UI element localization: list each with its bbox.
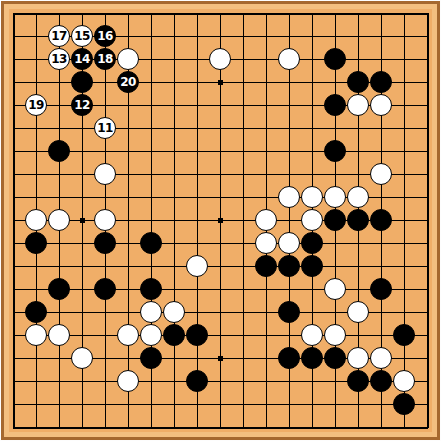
white-stone xyxy=(301,324,323,346)
white-stone xyxy=(117,324,139,346)
white-stone xyxy=(370,163,392,185)
black-stone xyxy=(94,232,116,254)
white-stone xyxy=(25,324,47,346)
black-stone xyxy=(324,48,346,70)
black-stone xyxy=(370,278,392,300)
white-stone: 19 xyxy=(25,94,47,116)
white-stone xyxy=(370,94,392,116)
white-stone xyxy=(278,48,300,70)
black-stone xyxy=(278,347,300,369)
white-stone xyxy=(117,370,139,392)
black-stone: 12 xyxy=(71,94,93,116)
white-stone xyxy=(94,163,116,185)
move-number-label: 12 xyxy=(74,95,90,115)
black-stone: 18 xyxy=(94,48,116,70)
white-stone xyxy=(347,186,369,208)
black-stone xyxy=(301,255,323,277)
white-stone xyxy=(301,209,323,231)
star-point xyxy=(218,80,223,85)
grid-line-vertical xyxy=(404,13,405,428)
grid-line-horizontal xyxy=(13,427,428,429)
black-stone xyxy=(25,232,47,254)
grid-line-horizontal xyxy=(13,404,428,405)
black-stone xyxy=(163,324,185,346)
white-stone xyxy=(255,209,277,231)
black-stone xyxy=(48,278,70,300)
black-stone xyxy=(347,71,369,93)
black-stone xyxy=(48,140,70,162)
move-number-label: 16 xyxy=(97,26,113,46)
black-stone xyxy=(278,255,300,277)
white-stone xyxy=(278,186,300,208)
black-stone xyxy=(370,71,392,93)
black-stone: 14 xyxy=(71,48,93,70)
move-number-label: 18 xyxy=(97,49,113,69)
black-stone xyxy=(347,370,369,392)
white-stone xyxy=(209,48,231,70)
black-stone xyxy=(94,278,116,300)
black-stone xyxy=(71,71,93,93)
grid-line-horizontal xyxy=(13,289,428,290)
black-stone xyxy=(25,301,47,323)
black-stone xyxy=(186,370,208,392)
white-stone xyxy=(71,347,93,369)
black-stone xyxy=(393,324,415,346)
grid-line-horizontal xyxy=(13,266,428,267)
black-stone xyxy=(324,209,346,231)
star-point xyxy=(218,356,223,361)
white-stone: 17 xyxy=(48,25,70,47)
black-stone xyxy=(301,232,323,254)
move-number-label: 11 xyxy=(97,118,113,138)
white-stone xyxy=(94,209,116,231)
grid-line-horizontal xyxy=(13,243,428,244)
grid-line-horizontal xyxy=(13,335,428,336)
move-number-label: 13 xyxy=(51,49,67,69)
black-stone xyxy=(140,347,162,369)
star-point xyxy=(80,218,85,223)
black-stone xyxy=(186,324,208,346)
black-stone xyxy=(393,393,415,415)
white-stone xyxy=(324,186,346,208)
black-stone xyxy=(255,255,277,277)
move-number-label: 20 xyxy=(120,72,136,92)
white-stone xyxy=(301,186,323,208)
white-stone: 11 xyxy=(94,117,116,139)
white-stone xyxy=(347,347,369,369)
black-stone xyxy=(140,232,162,254)
white-stone: 13 xyxy=(48,48,70,70)
star-point xyxy=(218,218,223,223)
white-stone xyxy=(48,324,70,346)
white-stone xyxy=(393,370,415,392)
white-stone xyxy=(140,324,162,346)
white-stone xyxy=(278,232,300,254)
white-stone xyxy=(140,301,162,323)
white-stone xyxy=(347,301,369,323)
white-stone xyxy=(117,48,139,70)
black-stone xyxy=(278,301,300,323)
white-stone xyxy=(186,255,208,277)
white-stone xyxy=(48,209,70,231)
grid-line-vertical xyxy=(427,13,429,428)
black-stone xyxy=(140,278,162,300)
move-number-label: 19 xyxy=(28,95,44,115)
white-stone xyxy=(255,232,277,254)
black-stone xyxy=(347,209,369,231)
black-stone xyxy=(324,94,346,116)
white-stone xyxy=(370,347,392,369)
black-stone xyxy=(370,370,392,392)
white-stone xyxy=(324,324,346,346)
move-number-label: 14 xyxy=(74,49,90,69)
move-number-label: 15 xyxy=(74,26,90,46)
black-stone: 20 xyxy=(117,71,139,93)
black-stone: 16 xyxy=(94,25,116,47)
grid-line-vertical xyxy=(243,13,244,428)
white-stone xyxy=(324,278,346,300)
move-number-label: 17 xyxy=(51,26,67,46)
white-stone: 15 xyxy=(71,25,93,47)
black-stone xyxy=(370,209,392,231)
white-stone xyxy=(25,209,47,231)
black-stone xyxy=(301,347,323,369)
black-stone xyxy=(324,347,346,369)
white-stone xyxy=(347,94,369,116)
white-stone xyxy=(163,301,185,323)
go-board[interactable]: 17151613141820191211 xyxy=(0,0,441,441)
black-stone xyxy=(324,140,346,162)
go-board-frame: 17151613141820191211 xyxy=(0,0,441,441)
